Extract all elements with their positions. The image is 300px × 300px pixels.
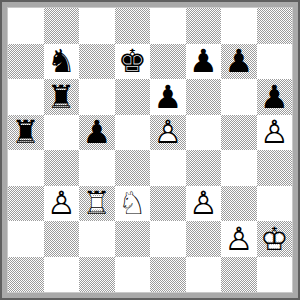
- black-pawn: ♟: [186, 44, 222, 80]
- black-pawn: ♟: [150, 79, 186, 115]
- square-a7[interactable]: [8, 44, 44, 80]
- white-king-fill: ♚: [257, 221, 293, 257]
- square-d1[interactable]: [115, 257, 151, 293]
- square-h2[interactable]: ♚♔: [257, 221, 293, 257]
- square-f4[interactable]: [186, 150, 222, 186]
- square-a3[interactable]: [8, 186, 44, 222]
- square-b2[interactable]: [44, 221, 80, 257]
- square-h8[interactable]: [257, 8, 293, 44]
- black-rook: ♜: [44, 79, 80, 115]
- square-b7[interactable]: ♞: [44, 44, 80, 80]
- black-pawn: ♟: [79, 115, 115, 151]
- square-e1[interactable]: [150, 257, 186, 293]
- square-g4[interactable]: [221, 150, 257, 186]
- square-a8[interactable]: [8, 8, 44, 44]
- square-f8[interactable]: [186, 8, 222, 44]
- white-pawn: ♙: [44, 186, 80, 222]
- square-h5[interactable]: ♟♙: [257, 115, 293, 151]
- square-e8[interactable]: [150, 8, 186, 44]
- square-c7[interactable]: [79, 44, 115, 80]
- square-b3[interactable]: ♟♙: [44, 186, 80, 222]
- white-pawn-fill: ♟: [221, 221, 257, 257]
- square-c1[interactable]: [79, 257, 115, 293]
- white-rook-fill: ♜: [79, 186, 115, 222]
- white-knight: ♘: [115, 186, 151, 222]
- square-f3[interactable]: ♟♙: [186, 186, 222, 222]
- white-rook: ♖: [79, 186, 115, 222]
- square-b8[interactable]: [44, 8, 80, 44]
- white-pawn-fill: ♟: [150, 115, 186, 151]
- square-b6[interactable]: ♜: [44, 79, 80, 115]
- square-g7[interactable]: ♟: [221, 44, 257, 80]
- square-a1[interactable]: [8, 257, 44, 293]
- square-d5[interactable]: [115, 115, 151, 151]
- square-e5[interactable]: ♟♙: [150, 115, 186, 151]
- white-pawn-fill: ♟: [257, 115, 293, 151]
- black-rook: ♜: [8, 115, 44, 151]
- square-h1[interactable]: [257, 257, 293, 293]
- square-e3[interactable]: [150, 186, 186, 222]
- square-h7[interactable]: [257, 44, 293, 80]
- board-frame: ♞♚♟♟♜♟♟♜♟♟♙♟♙♟♙♜♖♞♘♟♙♟♙♚♔: [0, 0, 300, 300]
- square-f1[interactable]: [186, 257, 222, 293]
- white-knight-fill: ♞: [115, 186, 151, 222]
- white-pawn: ♙: [221, 221, 257, 257]
- black-pawn: ♟: [221, 44, 257, 80]
- square-f5[interactable]: [186, 115, 222, 151]
- square-f7[interactable]: ♟: [186, 44, 222, 80]
- square-h4[interactable]: [257, 150, 293, 186]
- square-d4[interactable]: [115, 150, 151, 186]
- square-d6[interactable]: [115, 79, 151, 115]
- square-g5[interactable]: [221, 115, 257, 151]
- square-c4[interactable]: [79, 150, 115, 186]
- square-g2[interactable]: ♟♙: [221, 221, 257, 257]
- square-b4[interactable]: [44, 150, 80, 186]
- square-a6[interactable]: [8, 79, 44, 115]
- square-d3[interactable]: ♞♘: [115, 186, 151, 222]
- black-knight: ♞: [44, 44, 80, 80]
- square-c3[interactable]: ♜♖: [79, 186, 115, 222]
- white-pawn: ♙: [150, 115, 186, 151]
- square-a2[interactable]: [8, 221, 44, 257]
- black-king: ♚: [115, 44, 151, 80]
- square-a4[interactable]: [8, 150, 44, 186]
- square-e7[interactable]: [150, 44, 186, 80]
- square-e4[interactable]: [150, 150, 186, 186]
- square-c2[interactable]: [79, 221, 115, 257]
- square-g6[interactable]: [221, 79, 257, 115]
- white-pawn-fill: ♟: [186, 186, 222, 222]
- square-b5[interactable]: [44, 115, 80, 151]
- square-g3[interactable]: [221, 186, 257, 222]
- square-c5[interactable]: ♟: [79, 115, 115, 151]
- square-b1[interactable]: [44, 257, 80, 293]
- square-d7[interactable]: ♚: [115, 44, 151, 80]
- white-pawn-fill: ♟: [44, 186, 80, 222]
- square-e6[interactable]: ♟: [150, 79, 186, 115]
- white-king: ♔: [257, 221, 293, 257]
- square-d2[interactable]: [115, 221, 151, 257]
- square-f2[interactable]: [186, 221, 222, 257]
- square-c8[interactable]: [79, 8, 115, 44]
- square-e2[interactable]: [150, 221, 186, 257]
- white-pawn: ♙: [186, 186, 222, 222]
- square-h3[interactable]: [257, 186, 293, 222]
- white-pawn: ♙: [257, 115, 293, 151]
- square-d8[interactable]: [115, 8, 151, 44]
- square-g1[interactable]: [221, 257, 257, 293]
- square-h6[interactable]: ♟: [257, 79, 293, 115]
- black-pawn: ♟: [257, 79, 293, 115]
- chess-board: ♞♚♟♟♜♟♟♜♟♟♙♟♙♟♙♜♖♞♘♟♙♟♙♚♔: [7, 7, 293, 293]
- square-f6[interactable]: [186, 79, 222, 115]
- square-g8[interactable]: [221, 8, 257, 44]
- square-a5[interactable]: ♜: [8, 115, 44, 151]
- square-c6[interactable]: [79, 79, 115, 115]
